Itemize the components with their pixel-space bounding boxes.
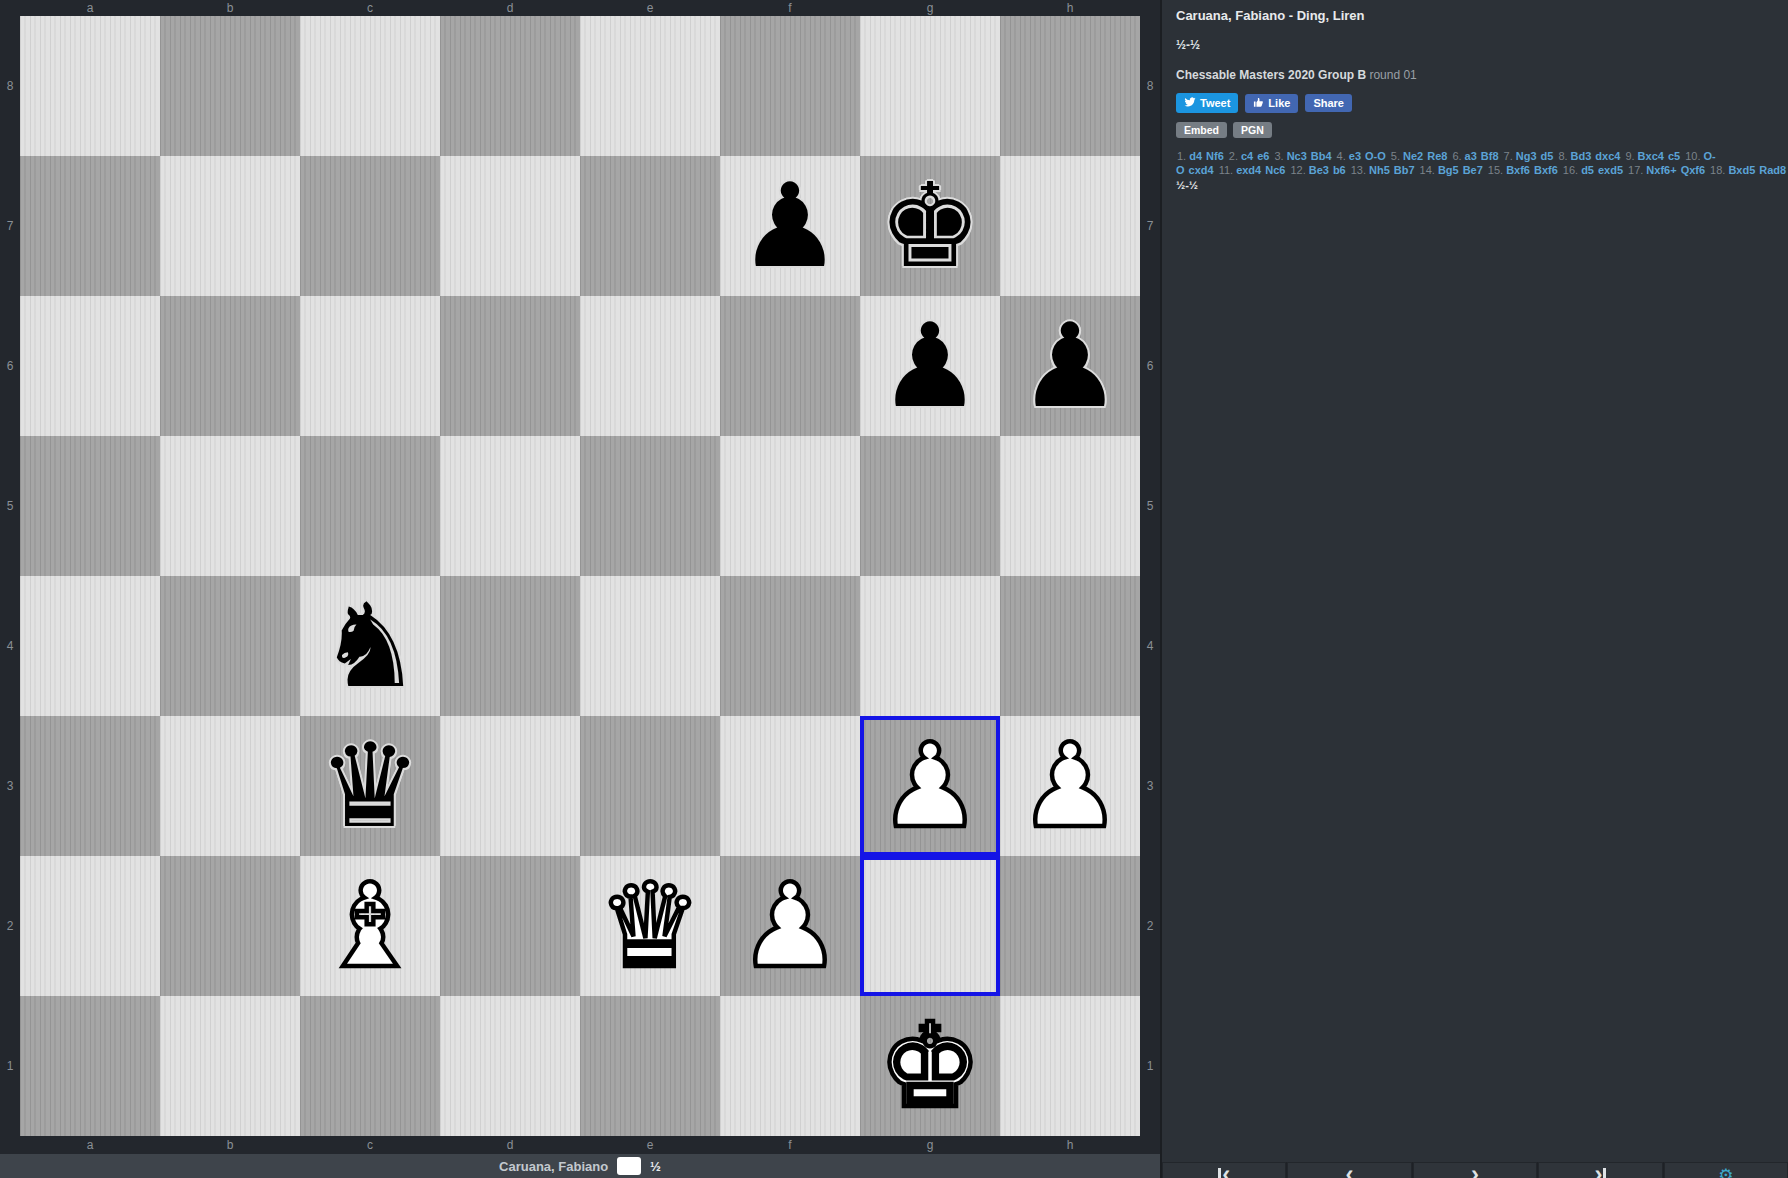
move-2-black[interactable]: e6 bbox=[1257, 150, 1269, 162]
move-12-black[interactable]: b6 bbox=[1333, 164, 1346, 176]
black-pawn: ♟ bbox=[1018, 296, 1122, 436]
move-1-black[interactable]: Nf6 bbox=[1206, 150, 1224, 162]
square-g6: ♟ bbox=[860, 296, 1000, 436]
rank-label-5: 5 bbox=[1140, 436, 1160, 576]
rank-label-4: 4 bbox=[0, 576, 20, 716]
skip-to-end-button[interactable]: › bbox=[1538, 1162, 1662, 1178]
move-number-18: 18. bbox=[1710, 164, 1725, 176]
square-d2 bbox=[440, 856, 580, 996]
move-number-13: 13. bbox=[1351, 164, 1366, 176]
move-number-8: 8. bbox=[1558, 150, 1567, 162]
rank-label-3: 3 bbox=[1140, 716, 1160, 856]
next-move-button[interactable]: › bbox=[1413, 1162, 1537, 1178]
square-g1: ♚ bbox=[860, 996, 1000, 1136]
file-label-b: b bbox=[160, 1136, 300, 1154]
gear-icon: ⚙ bbox=[1718, 1163, 1733, 1178]
file-label-e: e bbox=[580, 1136, 720, 1154]
square-b3 bbox=[160, 716, 300, 856]
white-pawn: ♟ bbox=[738, 856, 842, 996]
square-h4 bbox=[1000, 576, 1140, 716]
square-g3: ♟ bbox=[860, 716, 1000, 856]
move-1-white[interactable]: d4 bbox=[1189, 150, 1202, 162]
files-bottom: abcdefgh bbox=[20, 1136, 1140, 1154]
square-c1 bbox=[300, 996, 440, 1136]
move-9-white[interactable]: Bxc4 bbox=[1638, 150, 1664, 162]
like-button-label: Like bbox=[1268, 97, 1290, 109]
player-bar: Caruana, Fabiano ½ bbox=[0, 1154, 1160, 1178]
rank-label-8: 8 bbox=[0, 16, 20, 156]
board: ♟♚♟♟♞♛♟♟♝♛♟♚ bbox=[20, 16, 1140, 1136]
move-6-black[interactable]: Bf8 bbox=[1481, 150, 1499, 162]
rank-label-7: 7 bbox=[0, 156, 20, 296]
square-b6 bbox=[160, 296, 300, 436]
settings-button[interactable]: ⚙ bbox=[1664, 1162, 1788, 1178]
square-f3 bbox=[720, 716, 860, 856]
move-number-10: 10. bbox=[1685, 150, 1700, 162]
square-c2: ♝ bbox=[300, 856, 440, 996]
move-9-black[interactable]: c5 bbox=[1668, 150, 1680, 162]
move-14-white[interactable]: Bg5 bbox=[1438, 164, 1459, 176]
square-f7: ♟ bbox=[720, 156, 860, 296]
embed-button[interactable]: Embed bbox=[1176, 122, 1227, 138]
square-g5 bbox=[860, 436, 1000, 576]
move-7-black[interactable]: d5 bbox=[1541, 150, 1554, 162]
rank-label-1: 1 bbox=[0, 996, 20, 1136]
move-13-black[interactable]: Bb7 bbox=[1394, 164, 1415, 176]
file-label-b: b bbox=[160, 0, 300, 16]
move-number-7: 7. bbox=[1504, 150, 1513, 162]
move-number-6: 6. bbox=[1452, 150, 1461, 162]
move-4-black[interactable]: O-O bbox=[1365, 150, 1386, 162]
move-13-white[interactable]: Nh5 bbox=[1369, 164, 1390, 176]
white-bishop: ♝ bbox=[318, 856, 422, 996]
square-f6 bbox=[720, 296, 860, 436]
black-knight: ♞ bbox=[318, 576, 422, 716]
file-label-g: g bbox=[860, 0, 1000, 16]
file-label-e: e bbox=[580, 0, 720, 16]
move-18-black[interactable]: Rad8 bbox=[1759, 164, 1786, 176]
file-label-h: h bbox=[1000, 0, 1140, 16]
next-move-icon: › bbox=[1471, 1163, 1479, 1178]
move-15-white[interactable]: Bxf6 bbox=[1506, 164, 1530, 176]
event-name: Chessable Masters 2020 Group B bbox=[1176, 68, 1366, 82]
replay-toolbar: ‹ ‹ › › ⚙ bbox=[1162, 1162, 1788, 1178]
white-king: ♚ bbox=[878, 996, 982, 1136]
file-label-a: a bbox=[20, 1136, 160, 1154]
rank-label-3: 3 bbox=[0, 716, 20, 856]
ranks-right: 87654321 bbox=[1140, 16, 1160, 1136]
square-a8 bbox=[20, 16, 160, 156]
file-label-f: f bbox=[720, 1136, 860, 1154]
share-button-label: Share bbox=[1313, 97, 1344, 109]
like-button[interactable]: Like bbox=[1245, 94, 1298, 113]
move-number-16: 16. bbox=[1563, 164, 1578, 176]
move-17-black[interactable]: Qxf6 bbox=[1681, 164, 1705, 176]
square-d1 bbox=[440, 996, 580, 1136]
move-number-15: 15. bbox=[1488, 164, 1503, 176]
square-f4 bbox=[720, 576, 860, 716]
square-c7 bbox=[300, 156, 440, 296]
square-f8 bbox=[720, 16, 860, 156]
black-king: ♚ bbox=[878, 156, 982, 296]
file-label-d: d bbox=[440, 0, 580, 16]
white-queen: ♛ bbox=[598, 856, 702, 996]
square-b7 bbox=[160, 156, 300, 296]
skip-to-start-icon: ‹ bbox=[1218, 1163, 1230, 1178]
move-11-black[interactable]: Nc6 bbox=[1265, 164, 1285, 176]
square-h6: ♟ bbox=[1000, 296, 1140, 436]
file-label-c: c bbox=[300, 1136, 440, 1154]
move-16-black[interactable]: exd5 bbox=[1598, 164, 1623, 176]
game-result: ½-½ bbox=[1176, 38, 1776, 52]
rank-label-2: 2 bbox=[1140, 856, 1160, 996]
square-c8 bbox=[300, 16, 440, 156]
tweet-button[interactable]: Tweet bbox=[1176, 93, 1238, 113]
move-number-3: 3. bbox=[1274, 150, 1283, 162]
move-number-11: 11. bbox=[1219, 164, 1233, 176]
move-15-black[interactable]: Bxf6 bbox=[1534, 164, 1558, 176]
black-queen: ♛ bbox=[318, 716, 422, 856]
black-pawn: ♟ bbox=[878, 296, 982, 436]
square-h1 bbox=[1000, 996, 1140, 1136]
square-e2: ♛ bbox=[580, 856, 720, 996]
rank-label-1: 1 bbox=[1140, 996, 1160, 1136]
square-g7: ♚ bbox=[860, 156, 1000, 296]
previous-move-icon: ‹ bbox=[1346, 1163, 1354, 1178]
rank-label-8: 8 bbox=[1140, 16, 1160, 156]
square-f1 bbox=[720, 996, 860, 1136]
square-g8 bbox=[860, 16, 1000, 156]
move-10-black[interactable]: cxd4 bbox=[1189, 164, 1214, 176]
share-button[interactable]: Share bbox=[1305, 94, 1352, 112]
rank-label-7: 7 bbox=[1140, 156, 1160, 296]
square-b1 bbox=[160, 996, 300, 1136]
board-area: abcdefgh 87654321 ♟♚♟♟♞♛♟♟♝♛♟♚ 87654321 … bbox=[0, 0, 1160, 1178]
square-b5 bbox=[160, 436, 300, 576]
file-label-f: f bbox=[720, 0, 860, 16]
twitter-bird-icon bbox=[1184, 96, 1196, 110]
square-c6 bbox=[300, 296, 440, 436]
move-14-black[interactable]: Be7 bbox=[1463, 164, 1483, 176]
square-e3 bbox=[580, 716, 720, 856]
square-c3: ♛ bbox=[300, 716, 440, 856]
move-4-white[interactable]: e3 bbox=[1349, 150, 1361, 162]
rank-label-4: 4 bbox=[1140, 576, 1160, 716]
square-e8 bbox=[580, 16, 720, 156]
file-label-c: c bbox=[300, 0, 440, 16]
player-score: ½ bbox=[650, 1159, 661, 1174]
move-list: 1.d4Nf62.c4e63.Nc3Bb44.e3O-O5.Ne2Re86.a3… bbox=[1176, 150, 1776, 177]
move-number-1: 1. bbox=[1177, 150, 1186, 162]
square-h7 bbox=[1000, 156, 1140, 296]
white-pawn: ♟ bbox=[878, 716, 982, 856]
move-number-14: 14. bbox=[1420, 164, 1435, 176]
square-a7 bbox=[20, 156, 160, 296]
square-d8 bbox=[440, 16, 580, 156]
file-label-d: d bbox=[440, 1136, 580, 1154]
square-f2: ♟ bbox=[720, 856, 860, 996]
square-e7 bbox=[580, 156, 720, 296]
rank-label-6: 6 bbox=[1140, 296, 1160, 436]
square-e4 bbox=[580, 576, 720, 716]
square-d5 bbox=[440, 436, 580, 576]
square-d7 bbox=[440, 156, 580, 296]
social-row: Tweet Like Share bbox=[1176, 93, 1776, 113]
previous-move-button[interactable]: ‹ bbox=[1287, 1162, 1411, 1178]
square-a5 bbox=[20, 436, 160, 576]
game-info-panel: Caruana, Fabiano - Ding, Liren ½-½ Chess… bbox=[1160, 0, 1788, 1178]
move-number-12: 12. bbox=[1290, 164, 1305, 176]
move-number-9: 9. bbox=[1625, 150, 1634, 162]
move-5-white[interactable]: Ne2 bbox=[1403, 150, 1423, 162]
move-11-white[interactable]: exd4 bbox=[1236, 164, 1261, 176]
square-f5 bbox=[720, 436, 860, 576]
rank-label-5: 5 bbox=[0, 436, 20, 576]
square-b4 bbox=[160, 576, 300, 716]
square-a3 bbox=[20, 716, 160, 856]
event-line: Chessable Masters 2020 Group B round 01 bbox=[1176, 68, 1776, 82]
square-e1 bbox=[580, 996, 720, 1136]
square-a2 bbox=[20, 856, 160, 996]
move-7-white[interactable]: Ng3 bbox=[1516, 150, 1537, 162]
square-a6 bbox=[20, 296, 160, 436]
move-3-white[interactable]: Nc3 bbox=[1287, 150, 1307, 162]
move-number-5: 5. bbox=[1391, 150, 1400, 162]
square-c4: ♞ bbox=[300, 576, 440, 716]
tweet-button-label: Tweet bbox=[1200, 97, 1230, 109]
move-18-white[interactable]: Bxd5 bbox=[1728, 164, 1755, 176]
files-top: abcdefgh bbox=[20, 0, 1140, 16]
thumbs-up-icon bbox=[1253, 97, 1264, 110]
move-number-2: 2. bbox=[1229, 150, 1238, 162]
square-a4 bbox=[20, 576, 160, 716]
move-6-white[interactable]: a3 bbox=[1465, 150, 1477, 162]
square-h3: ♟ bbox=[1000, 716, 1140, 856]
square-d4 bbox=[440, 576, 580, 716]
square-g4 bbox=[860, 576, 1000, 716]
move-17-white[interactable]: Nxf6+ bbox=[1646, 164, 1676, 176]
final-result: ½-½ bbox=[1176, 179, 1776, 191]
square-a1 bbox=[20, 996, 160, 1136]
move-8-white[interactable]: Bd3 bbox=[1571, 150, 1592, 162]
white-color-swatch bbox=[617, 1157, 641, 1175]
square-e6 bbox=[580, 296, 720, 436]
move-5-black[interactable]: Re8 bbox=[1427, 150, 1447, 162]
square-e5 bbox=[580, 436, 720, 576]
file-label-g: g bbox=[860, 1136, 1000, 1154]
file-label-h: h bbox=[1000, 1136, 1140, 1154]
move-16-white[interactable]: d5 bbox=[1581, 164, 1594, 176]
square-h8 bbox=[1000, 16, 1140, 156]
white-pawn: ♟ bbox=[1018, 716, 1122, 856]
player-name: Caruana, Fabiano bbox=[499, 1159, 608, 1174]
square-d6 bbox=[440, 296, 580, 436]
black-pawn: ♟ bbox=[738, 156, 842, 296]
square-b2 bbox=[160, 856, 300, 996]
skip-to-end-icon: › bbox=[1594, 1163, 1606, 1178]
square-d3 bbox=[440, 716, 580, 856]
action-row: Embed PGN bbox=[1176, 122, 1776, 138]
rank-label-2: 2 bbox=[0, 856, 20, 996]
game-title: Caruana, Fabiano - Ding, Liren bbox=[1176, 8, 1776, 23]
square-h5 bbox=[1000, 436, 1140, 576]
ranks-left: 87654321 bbox=[0, 16, 20, 1136]
file-label-a: a bbox=[20, 0, 160, 16]
pgn-button[interactable]: PGN bbox=[1233, 122, 1272, 138]
square-g2 bbox=[860, 856, 1000, 996]
move-number-4: 4. bbox=[1337, 150, 1346, 162]
move-2-white[interactable]: c4 bbox=[1241, 150, 1253, 162]
skip-to-start-button[interactable]: ‹ bbox=[1162, 1162, 1286, 1178]
square-b8 bbox=[160, 16, 300, 156]
move-3-black[interactable]: Bb4 bbox=[1311, 150, 1332, 162]
move-8-black[interactable]: dxc4 bbox=[1595, 150, 1620, 162]
rank-label-6: 6 bbox=[0, 296, 20, 436]
event-round: round 01 bbox=[1369, 68, 1416, 82]
move-12-white[interactable]: Be3 bbox=[1309, 164, 1329, 176]
square-c5 bbox=[300, 436, 440, 576]
square-h2 bbox=[1000, 856, 1140, 996]
move-number-17: 17. bbox=[1628, 164, 1643, 176]
